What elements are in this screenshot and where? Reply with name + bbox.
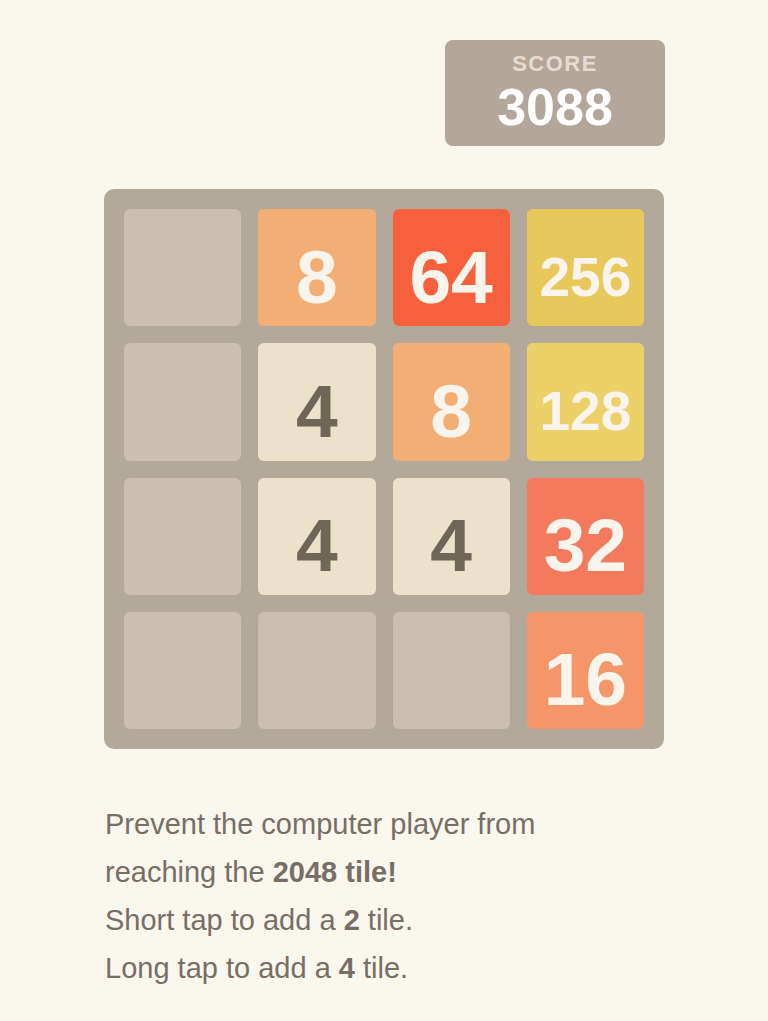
tile-value: 4 bbox=[296, 502, 338, 588]
instruction-text: tile. bbox=[360, 904, 413, 936]
board-cell-r4c3[interactable] bbox=[393, 612, 510, 729]
instruction-line-4: Long tap to add a 4 tile. bbox=[105, 944, 725, 992]
tile-128[interactable]: 128 bbox=[527, 343, 644, 460]
score-value: 3088 bbox=[497, 78, 613, 136]
board-cell-r1c2[interactable]: 8 bbox=[258, 209, 375, 326]
tile-4[interactable]: 4 bbox=[258, 343, 375, 460]
tile-value: 128 bbox=[539, 379, 631, 443]
score-label: SCORE bbox=[512, 50, 598, 78]
instruction-line-3: Short tap to add a 2 tile. bbox=[105, 896, 725, 944]
instruction-bold-2: 2 bbox=[344, 904, 360, 936]
tile-value: 16 bbox=[544, 636, 627, 722]
board-cell-r2c3[interactable]: 8 bbox=[393, 343, 510, 460]
board-cell-r4c4[interactable]: 16 bbox=[527, 612, 644, 729]
board-cell-r4c2[interactable] bbox=[258, 612, 375, 729]
tile-4[interactable]: 4 bbox=[258, 478, 375, 595]
instruction-bold-2048: 2048 tile! bbox=[273, 856, 397, 888]
board-cell-r3c1[interactable] bbox=[124, 478, 241, 595]
tile-value: 256 bbox=[539, 245, 631, 309]
tile-256[interactable]: 256 bbox=[527, 209, 644, 326]
score-box: SCORE 3088 bbox=[445, 40, 665, 146]
instruction-text: tile. bbox=[355, 952, 408, 984]
tile-value: 32 bbox=[544, 502, 627, 588]
instruction-line-2: reaching the 2048 tile! bbox=[105, 848, 725, 896]
board-cell-r4c1[interactable] bbox=[124, 612, 241, 729]
board-cell-r1c3[interactable]: 64 bbox=[393, 209, 510, 326]
instruction-text: Prevent the computer player from bbox=[105, 808, 535, 840]
board-cell-r3c4[interactable]: 32 bbox=[527, 478, 644, 595]
tile-16[interactable]: 16 bbox=[527, 612, 644, 729]
instruction-text: reaching the bbox=[105, 856, 273, 888]
board-cell-r3c3[interactable]: 4 bbox=[393, 478, 510, 595]
tile-value: 64 bbox=[409, 234, 492, 320]
tile-value: 4 bbox=[430, 502, 472, 588]
board-cell-r1c1[interactable] bbox=[124, 209, 241, 326]
board-cell-r2c4[interactable]: 128 bbox=[527, 343, 644, 460]
board-cell-r2c2[interactable]: 4 bbox=[258, 343, 375, 460]
tile-32[interactable]: 32 bbox=[527, 478, 644, 595]
tile-4[interactable]: 4 bbox=[393, 478, 510, 595]
tile-64[interactable]: 64 bbox=[393, 209, 510, 326]
screen: { "game": "2048 (reverse / prevent-the-c… bbox=[0, 0, 768, 1021]
board-cell-r3c2[interactable]: 4 bbox=[258, 478, 375, 595]
board-cell-r2c1[interactable] bbox=[124, 343, 241, 460]
game-board[interactable]: 86425648128443216 bbox=[104, 189, 664, 749]
instruction-line-1: Prevent the computer player from bbox=[105, 800, 725, 848]
tile-value: 4 bbox=[296, 368, 338, 454]
tile-value: 8 bbox=[296, 234, 338, 320]
tile-8[interactable]: 8 bbox=[393, 343, 510, 460]
instruction-bold-4: 4 bbox=[339, 952, 355, 984]
instructions: Prevent the computer player from reachin… bbox=[105, 800, 725, 992]
board-cell-r1c4[interactable]: 256 bbox=[527, 209, 644, 326]
instruction-text: Short tap to add a bbox=[105, 904, 344, 936]
tile-8[interactable]: 8 bbox=[258, 209, 375, 326]
instruction-text: Long tap to add a bbox=[105, 952, 339, 984]
tile-value: 8 bbox=[430, 368, 472, 454]
